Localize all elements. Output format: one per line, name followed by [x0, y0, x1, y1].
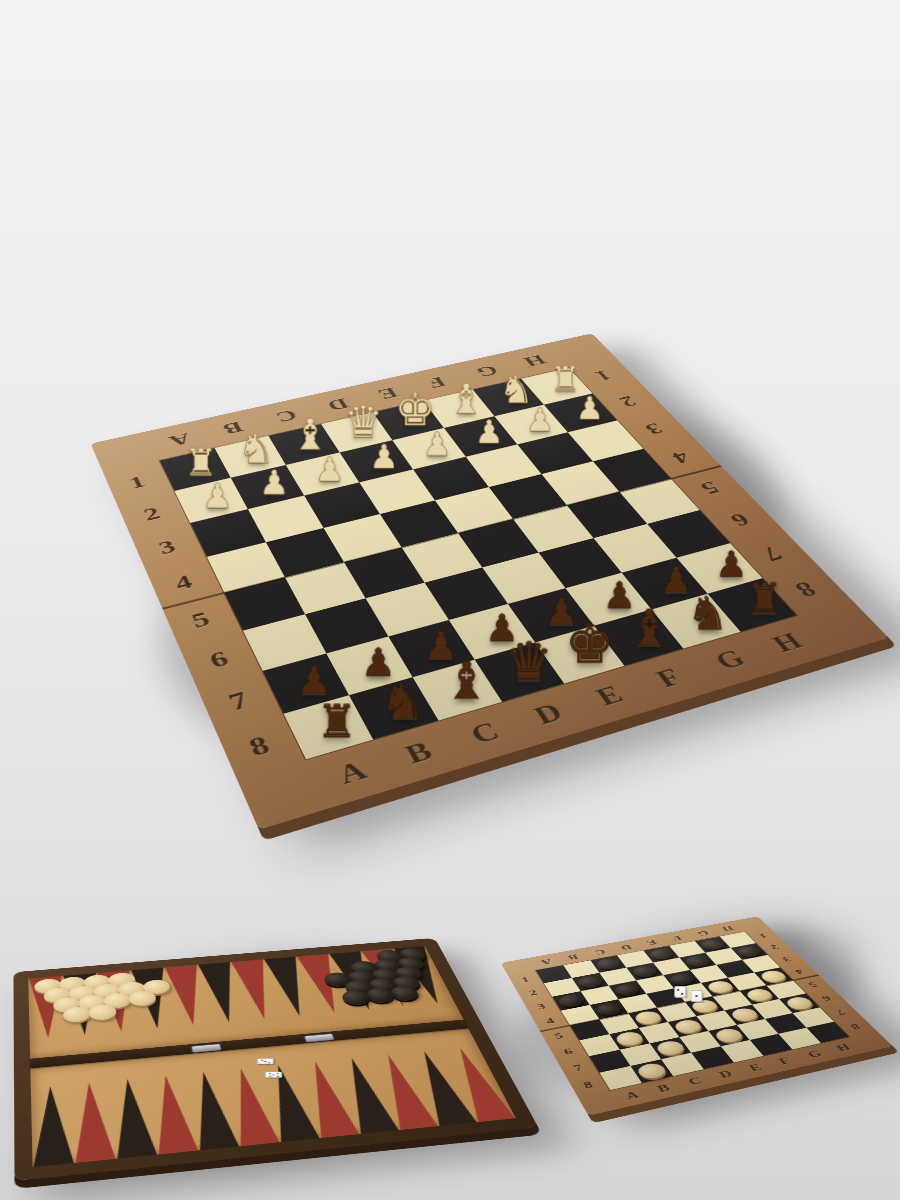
- file-label-top: A: [167, 430, 194, 449]
- square-a3: [552, 991, 590, 1010]
- square-d4: [646, 988, 685, 1007]
- die-pip: [260, 1059, 262, 1060]
- backgammon-die-1: [257, 1058, 274, 1064]
- piece-white-pawn-g2: ♟: [525, 404, 553, 436]
- file-label-bottom: H: [834, 1042, 853, 1052]
- piece-black-king-e8: ♚: [566, 616, 616, 671]
- rank-label-left: 2: [141, 504, 163, 524]
- checker-white-g5: [744, 987, 776, 1002]
- file-label-top: C: [273, 407, 300, 425]
- chess-scene: ♜♞♝♛♚♝♞♜♟♟♟♟♟♟♟♟♟♟♟♟♟♟♟♟♜♞♝♛♚♝♞♜11AA22BB…: [178, 253, 738, 813]
- square-a3: [190, 509, 266, 557]
- rank-label-right: 7: [833, 1007, 847, 1016]
- checker-white-b8: [635, 1062, 669, 1081]
- piece-white-bishop-c1: ♝: [291, 414, 329, 456]
- rank-label-left: 6: [562, 1047, 574, 1057]
- rank-label-right: 2: [615, 393, 640, 409]
- die-pip: [276, 1073, 278, 1074]
- die-pip: [268, 1073, 270, 1074]
- piece-black-rook-h8: ♜: [746, 578, 783, 620]
- file-label-bottom: C: [466, 719, 503, 749]
- square-g4: [728, 973, 767, 991]
- wood-frame: 11AA22BB33CC44DD55EE66FF77GG88HH: [501, 916, 893, 1115]
- square-c1: [590, 955, 626, 972]
- piece-white-knight-b1: ♞: [238, 428, 275, 469]
- backgammon-point-bottom-2: [70, 1081, 117, 1163]
- piece-black-bishop-c8: ♝: [444, 655, 490, 707]
- square-c2: ♟: [286, 452, 359, 495]
- square-e3: [413, 457, 489, 501]
- file-label-top: F: [670, 934, 683, 941]
- square-e1: ♚: [373, 401, 444, 440]
- checker-black-e3: [667, 972, 697, 987]
- backgammon-case: [13, 938, 538, 1181]
- file-label-top: H: [520, 352, 549, 368]
- square-e2: ♟: [392, 428, 465, 469]
- checkers-die-1: [674, 986, 686, 998]
- rank-label-right: 5: [805, 980, 818, 988]
- square-d3: [636, 975, 674, 994]
- product-photo-stage: ♜♞♝♛♚♝♞♜♟♟♟♟♟♟♟♟♟♟♟♟♟♟♟♟♜♞♝♛♚♝♞♜11AA22BB…: [0, 0, 900, 1200]
- checker-black-g1: [698, 938, 727, 951]
- piece-white-bishop-f1: ♝: [448, 379, 485, 420]
- square-c2: [599, 968, 636, 986]
- square-g2: [705, 948, 742, 965]
- square-f2: [679, 953, 716, 970]
- rank-label-right: 3: [641, 420, 666, 437]
- square-f3: [466, 444, 542, 487]
- backgammon-point-bottom-9: [333, 1056, 399, 1134]
- square-a1: ♜: [160, 448, 231, 491]
- piece-white-rook-a1: ♜: [184, 444, 217, 481]
- square-d1: [617, 951, 653, 968]
- die-pip: [276, 1075, 278, 1076]
- file-label-top: G: [473, 363, 502, 380]
- square-f1: ♝: [423, 390, 494, 429]
- backgammon-die-2: [265, 1071, 283, 1077]
- file-label-top: E: [645, 939, 658, 946]
- square-a1: [536, 965, 572, 983]
- die-pip: [272, 1074, 274, 1075]
- square-a2: [544, 978, 581, 997]
- file-label-bottom: D: [717, 1069, 735, 1080]
- piece-black-queen-d8: ♛: [505, 635, 553, 689]
- rank-label-left: 1: [520, 976, 531, 984]
- rank-label-left: 7: [572, 1063, 585, 1073]
- square-h5: [766, 980, 806, 999]
- rank-label-right: 8: [847, 1022, 861, 1031]
- die-pip: [264, 1061, 266, 1062]
- chess-board: ♜♞♝♛♚♝♞♜♟♟♟♟♟♟♟♟♟♟♟♟♟♟♟♟♜♞♝♛♚♝♞♜11AA22BB…: [91, 333, 889, 829]
- rank-label-right: 1: [756, 932, 768, 939]
- backgammon-point-bottom-1: [31, 1084, 75, 1167]
- square-f4: [701, 978, 740, 997]
- piece-white-knight-g1: ♞: [499, 370, 534, 409]
- piece-white-rook-h1: ♜: [550, 363, 581, 398]
- file-label-top: A: [539, 958, 553, 966]
- square-g5: [740, 986, 780, 1005]
- square-f4: [489, 474, 567, 519]
- square-c1: ♝: [269, 424, 340, 465]
- piece-white-pawn-b2: ♟: [259, 466, 289, 500]
- file-label-top: F: [424, 374, 449, 390]
- square-c3: [304, 482, 380, 528]
- rank-label-right: 6: [725, 510, 753, 530]
- square-f1: [669, 941, 705, 958]
- file-label-bottom: F: [652, 665, 687, 691]
- rank-label-left: 1: [127, 473, 148, 492]
- rank-label-left: 5: [189, 608, 214, 631]
- rank-label-right: 5: [696, 479, 723, 498]
- piece-white-pawn-e2: ♟: [422, 428, 451, 460]
- checker-white-f4: [705, 980, 736, 995]
- square-d2: [627, 963, 664, 981]
- backgammon-point-bottom-10: [370, 1053, 439, 1130]
- square-g3: [517, 432, 593, 474]
- file-label-bottom: B: [655, 1083, 672, 1094]
- checker-white-h4: [758, 969, 789, 983]
- playing-field: ♜♞♝♛♚♝♞♜♟♟♟♟♟♟♟♟♟♟♟♟♟♟♟♟♜♞♝♛♚♝♞♜: [160, 368, 797, 759]
- square-g5: [567, 492, 647, 538]
- square-d2: ♟: [340, 440, 413, 482]
- backgammon-board: [13, 938, 538, 1181]
- die-pip: [677, 989, 679, 991]
- square-b1: [563, 960, 599, 978]
- piece-black-pawn-h7: ♟: [715, 547, 747, 583]
- square-c3: [609, 980, 647, 999]
- square-g1: [695, 936, 731, 952]
- square-f3: [690, 965, 728, 983]
- square-h1: [720, 932, 756, 948]
- square-h5: [619, 479, 699, 524]
- file-label-bottom: D: [530, 700, 568, 729]
- file-label-bottom: A: [334, 757, 371, 788]
- rank-label-left: 4: [172, 572, 196, 594]
- rank-label-left: 4: [544, 1017, 556, 1026]
- square-h4: [754, 967, 793, 985]
- file-label-bottom: H: [768, 630, 808, 656]
- rank-label-left: 3: [536, 1002, 547, 1010]
- piece-black-knight-g8: ♞: [687, 590, 729, 637]
- file-label-top: E: [375, 385, 401, 402]
- file-label-top: D: [325, 396, 353, 414]
- hinge-latch-2: [304, 1033, 335, 1042]
- rank-label-left: 7: [225, 689, 252, 715]
- die-pip: [268, 1062, 270, 1063]
- square-g4: [541, 461, 619, 505]
- rank-label-right: 3: [780, 955, 793, 962]
- die-pip: [268, 1075, 270, 1076]
- square-e4: [674, 983, 713, 1002]
- square-g2: ♟: [495, 405, 568, 445]
- wood-frame: ♜♞♝♛♚♝♞♜♟♟♟♟♟♟♟♟♟♟♟♟♟♟♟♟♜♞♝♛♚♝♞♜11AA22BB…: [91, 333, 889, 829]
- backgammon-point-bottom-4: [146, 1074, 199, 1155]
- rank-label-left: 8: [245, 732, 273, 760]
- backgammon-point-bottom-7: [260, 1063, 321, 1142]
- piece-black-knight-b8: ♞: [380, 676, 425, 726]
- piece-white-pawn-c2: ♟: [315, 453, 345, 486]
- backgammon-point-bottom-6: [222, 1067, 280, 1147]
- file-label-top: H: [720, 925, 735, 932]
- rank-label-right: 4: [792, 968, 805, 976]
- square-b1: ♞: [215, 436, 286, 478]
- square-e4: [435, 487, 513, 533]
- square-h2: [731, 943, 768, 960]
- checkers-die-2: [691, 990, 703, 1002]
- square-d1: ♛: [321, 412, 392, 452]
- backgammon-top-half: [28, 946, 463, 1059]
- file-label-bottom: B: [401, 738, 436, 768]
- piece-white-pawn-h2: ♟: [575, 393, 603, 424]
- checker-black-b2: [576, 975, 605, 990]
- checker-black-h2: [735, 945, 765, 958]
- backgammon-point-bottom-3: [108, 1077, 158, 1159]
- rank-label-left: 3: [156, 537, 179, 558]
- square-h1: ♜: [521, 368, 592, 405]
- file-label-bottom: E: [747, 1062, 764, 1073]
- playing-field: [536, 932, 849, 1090]
- file-label-bottom: F: [776, 1056, 792, 1066]
- checker-black-f2: [683, 954, 713, 968]
- square-h2: ♟: [544, 394, 617, 433]
- rank-label-left: 8: [582, 1080, 595, 1090]
- rank-label-left: 2: [528, 989, 539, 997]
- square-e3: [663, 970, 701, 988]
- checker-black-c1: [594, 957, 623, 971]
- file-label-top: B: [220, 419, 246, 437]
- file-label-top: D: [619, 943, 633, 951]
- square-e1: [643, 946, 679, 963]
- piece-white-queen-d1: ♛: [344, 400, 383, 444]
- square-a2: ♟: [175, 478, 248, 523]
- piece-white-pawn-f2: ♟: [474, 416, 503, 448]
- checkers-scene: 11AA22BB33CC44DD55EE66FF77GG88HH: [535, 852, 835, 1152]
- piece-white-pawn-a2: ♟: [202, 479, 232, 513]
- backgammon-scene: [28, 878, 478, 1200]
- file-label-bottom: C: [686, 1076, 704, 1087]
- rank-label-right: 2: [768, 943, 780, 950]
- backgammon-point-bottom-5: [184, 1070, 239, 1150]
- checker-black-d2: [630, 964, 659, 978]
- die-pip: [696, 995, 698, 997]
- file-label-bottom: A: [623, 1090, 640, 1102]
- square-h4: [593, 449, 671, 492]
- checker-black-c3: [612, 982, 642, 997]
- square-b2: ♟: [231, 465, 304, 509]
- file-label-bottom: G: [710, 646, 750, 673]
- square-f2: ♟: [444, 416, 517, 456]
- piece-white-king-e1: ♚: [395, 386, 436, 431]
- backgammon-white-checker: [88, 1004, 117, 1021]
- rank-label-right: 7: [757, 543, 787, 564]
- checkers-board: 11AA22BB33CC44DD55EE66FF77GG88HH: [501, 916, 893, 1115]
- square-h3: [742, 955, 780, 972]
- square-b2: [572, 973, 609, 991]
- backgammon-point-bottom-8: [297, 1060, 361, 1138]
- checker-black-e1: [647, 947, 676, 961]
- file-label-bottom: E: [592, 682, 628, 710]
- piece-white-pawn-d2: ♟: [369, 440, 398, 473]
- file-label-bottom: G: [805, 1049, 824, 1060]
- rank-label-left: 6: [206, 647, 232, 672]
- square-e2: [653, 958, 690, 976]
- checker-white-e5: [689, 998, 721, 1014]
- rank-label-right: 6: [819, 994, 833, 1002]
- checker-black-b4: [594, 1001, 625, 1017]
- square-f5: [513, 505, 594, 552]
- square-h3: [568, 421, 643, 462]
- file-label-top: C: [593, 948, 607, 956]
- file-label-top: G: [695, 929, 710, 936]
- square-g1: ♞: [473, 379, 544, 417]
- backgammon-point-bottom-11: [406, 1050, 477, 1127]
- piece-black-bishop-f8: ♝: [627, 604, 672, 654]
- backgammon-point-bottom-12: [442, 1046, 516, 1122]
- piece-black-pawn-a7: ♟: [296, 661, 331, 700]
- die-pip: [681, 993, 683, 995]
- square-g3: [716, 960, 754, 978]
- rank-label-left: 5: [553, 1031, 565, 1040]
- file-label-top: B: [566, 953, 579, 961]
- piece-black-rook-a8: ♜: [316, 699, 357, 745]
- rank-label-right: 1: [591, 368, 615, 383]
- backgammon-interior: [28, 946, 516, 1167]
- rank-label-right: 8: [790, 578, 821, 600]
- rank-label-right: 4: [668, 449, 694, 467]
- square-d3: [359, 469, 435, 514]
